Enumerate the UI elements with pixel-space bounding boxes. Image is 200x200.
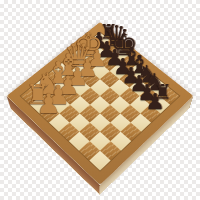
board-cell[interactable] <box>120 105 140 123</box>
board-cell[interactable] <box>69 132 90 151</box>
board-cell[interactable] <box>69 113 89 131</box>
board-cell[interactable] <box>131 113 151 131</box>
board-cell[interactable] <box>79 141 100 160</box>
board-cell[interactable] <box>110 96 130 113</box>
board-cell[interactable] <box>121 123 142 142</box>
board-cell[interactable] <box>90 113 110 131</box>
board-scene: ♜♛♚♝♝♞♞♜♟♟♟♟♟♟♟♟♚♛♝♝♞♜♟♟♟♟♟♟ <box>0 0 200 200</box>
board-cell[interactable] <box>110 113 130 131</box>
chess-piece-black-pawn[interactable]: ♟ <box>145 91 165 113</box>
transparency-checker-background: ♜♛♚♝♝♞♞♜♟♟♟♟♟♟♟♟♚♛♝♝♞♜♟♟♟♟♟♟ <box>0 0 200 200</box>
board-cell[interactable] <box>89 151 110 171</box>
board-cell[interactable] <box>90 96 110 113</box>
board-cell[interactable] <box>110 132 131 151</box>
board-cell[interactable] <box>59 123 80 142</box>
board-cell[interactable] <box>79 123 100 142</box>
board-cell[interactable] <box>90 132 111 151</box>
chess-piece-white-pawn[interactable]: ♟ <box>36 90 60 117</box>
board-cell[interactable] <box>100 105 120 123</box>
board-cell[interactable] <box>100 141 121 160</box>
board-cell[interactable] <box>80 105 100 123</box>
board-cell[interactable] <box>100 123 121 142</box>
